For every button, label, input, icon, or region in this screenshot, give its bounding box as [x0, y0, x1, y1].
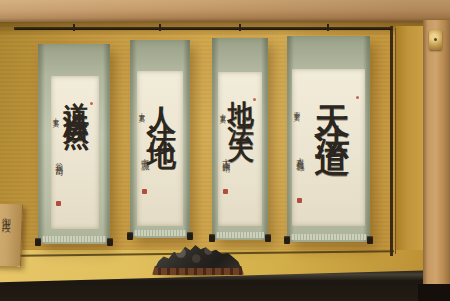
roller-knob-right: [367, 236, 373, 244]
calligraphy-main-text: 天法道: [308, 73, 355, 227]
case-side-panel: [396, 26, 423, 258]
scroll-roller-band: [42, 236, 106, 242]
hanging-scroll-3: 地法天 十五世名人 大山康晴: [212, 38, 268, 240]
small-red-seal: [356, 96, 359, 99]
roller-knob-right: [187, 232, 193, 240]
rock-ornament: [152, 243, 244, 277]
title-inscription: 十五世名人: [220, 109, 226, 114]
roller-knob-left: [127, 232, 133, 240]
scroll-paper: 人法地 十六世名人 中原誠: [137, 71, 183, 226]
artist-signature: 大山康晴: [221, 152, 229, 160]
side-label-plaque: 御上段: [0, 203, 23, 266]
case-corner-line-inner: [395, 28, 396, 254]
hanging-scroll-2: 人法地 十六世名人 中原誠: [130, 40, 190, 238]
roller-knob-left: [284, 236, 290, 244]
hanging-scroll-4: 天法道 十四世名人 木村義雄: [287, 36, 370, 242]
scroll-paper: 道法自然 十七世名人 谷川浩司: [51, 76, 99, 229]
right-wood-pillar: [423, 20, 450, 301]
scroll-paper: 天法道 十四世名人 木村義雄: [292, 69, 365, 226]
artist-signature: 木村義雄: [295, 150, 303, 158]
roller-knob-right: [107, 238, 113, 246]
title-inscription: 十四世名人: [294, 107, 300, 112]
artist-signature: 中原誠: [140, 151, 148, 157]
red-seal: [223, 189, 228, 194]
scroll-hook: [327, 24, 329, 31]
scroll-roller-band: [291, 234, 366, 240]
title-inscription: 十七世名人: [53, 113, 59, 118]
top-wood-beam: [0, 0, 450, 22]
scroll-hook: [73, 24, 75, 31]
display-case-photo: 道法自然 十七世名人 谷川浩司 人法地 十六世名人 中原誠 地法天 十五世名人 …: [0, 0, 450, 301]
red-seal: [56, 201, 61, 206]
red-seal: [297, 198, 302, 203]
artist-signature: 谷川浩司: [54, 155, 62, 163]
scroll-hook: [239, 24, 241, 31]
scroll-paper: 地法天 十五世名人 大山康晴: [218, 72, 262, 226]
carved-rock: [155, 243, 241, 269]
red-seal: [142, 189, 147, 194]
side-label-text: 御上段: [2, 210, 11, 219]
case-corner-line: [390, 26, 393, 256]
scroll-hook: [159, 24, 161, 31]
scroll-roller-band: [216, 232, 264, 238]
scroll-roller-band: [134, 230, 186, 236]
roller-knob-right: [265, 234, 271, 242]
brass-hinge: [429, 30, 442, 50]
roller-knob-left: [35, 238, 41, 246]
small-red-seal: [90, 102, 93, 105]
roller-knob-left: [209, 234, 215, 242]
title-inscription: 十六世名人: [139, 108, 145, 113]
hanging-scroll-1: 道法自然 十七世名人 谷川浩司: [38, 44, 110, 244]
shelf-front-edge-right: [418, 284, 450, 301]
hanging-rod: [14, 27, 392, 30]
